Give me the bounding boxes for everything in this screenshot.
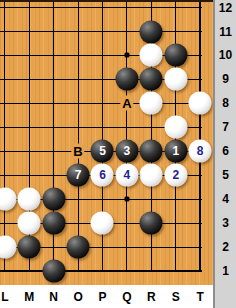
stone-white-S7[interactable]	[164, 116, 187, 139]
grid-line-horizontal-11	[0, 31, 202, 32]
row-coordinate-6: 6	[215, 145, 236, 157]
row-coordinate-5: 5	[215, 169, 236, 181]
grid-line-horizontal-8	[0, 103, 202, 104]
stone-white-P5[interactable]: 6	[91, 164, 114, 187]
stone-white-R10[interactable]	[140, 44, 163, 67]
row-coordinate-8: 8	[215, 97, 236, 109]
row-coordinate-strip: 121110987654321	[213, 0, 236, 308]
go-diagram-window: 13572468AB 121110987654321 LMNOPQRST	[0, 0, 236, 308]
column-coordinate-M: M	[24, 291, 34, 303]
stone-white-R8[interactable]	[140, 92, 163, 115]
grid-line-vertical-O	[78, 0, 79, 272]
stone-white-R5[interactable]	[140, 164, 163, 187]
stone-black-N1[interactable]	[42, 260, 65, 283]
stone-white-L4[interactable]	[0, 188, 16, 211]
board-crop-edge	[0, 0, 213, 2]
stone-black-O5[interactable]: 7	[67, 164, 90, 187]
stone-black-R11[interactable]	[140, 20, 163, 43]
grid-line-vertical-T	[199, 0, 201, 272]
stone-black-R9[interactable]	[140, 68, 163, 91]
row-coordinate-10: 10	[215, 49, 236, 61]
grid-line-horizontal-12	[0, 7, 202, 8]
row-coordinate-7: 7	[215, 121, 236, 133]
row-coordinate-11: 11	[215, 26, 236, 38]
stone-black-P6[interactable]: 5	[91, 140, 114, 163]
stone-black-O2[interactable]	[67, 236, 90, 259]
stone-black-R3[interactable]	[140, 212, 163, 235]
stone-white-P3[interactable]	[91, 212, 114, 235]
column-coordinate-T: T	[196, 291, 203, 303]
stone-black-N3[interactable]	[42, 212, 65, 235]
row-coordinate-1: 1	[215, 265, 236, 277]
row-coordinate-12: 12	[215, 2, 236, 14]
stone-white-L2[interactable]	[0, 236, 16, 259]
stone-black-Q6[interactable]: 3	[115, 140, 138, 163]
stone-black-Q9[interactable]	[115, 68, 138, 91]
stone-black-S10[interactable]	[164, 44, 187, 67]
stone-black-N4[interactable]	[42, 188, 65, 211]
go-board[interactable]: 13572468AB	[0, 0, 213, 285]
stone-white-T8[interactable]	[189, 92, 212, 115]
stone-white-S5[interactable]: 2	[164, 164, 187, 187]
stone-white-S9[interactable]	[164, 68, 187, 91]
column-coordinate-S: S	[172, 291, 180, 303]
row-coordinate-2: 2	[215, 241, 236, 253]
row-coordinate-4: 4	[215, 193, 236, 205]
column-coordinate-N: N	[49, 291, 58, 303]
column-coordinate-Q: Q	[122, 291, 131, 303]
stone-black-R6[interactable]	[140, 140, 163, 163]
column-coordinate-P: P	[98, 291, 106, 303]
column-coordinate-O: O	[73, 291, 82, 303]
column-coordinate-L: L	[1, 291, 8, 303]
stone-black-M2[interactable]	[18, 236, 41, 259]
grid-line-vertical-Q	[126, 0, 127, 272]
star-point-Q4	[124, 197, 129, 202]
stone-white-Q5[interactable]: 4	[115, 164, 138, 187]
grid-line-horizontal-1	[0, 270, 202, 272]
column-coordinate-R: R	[147, 291, 156, 303]
point-marker-A: A	[120, 95, 133, 110]
star-point-Q10	[124, 53, 129, 58]
stone-white-M3[interactable]	[18, 212, 41, 235]
stone-black-S6[interactable]: 1	[164, 140, 187, 163]
row-coordinate-3: 3	[215, 217, 236, 229]
row-coordinate-9: 9	[215, 73, 236, 85]
stone-white-M4[interactable]	[18, 188, 41, 211]
point-marker-B: B	[71, 143, 84, 158]
column-coordinate-strip: LMNOPQRST	[0, 285, 213, 308]
stone-white-T6[interactable]: 8	[189, 140, 212, 163]
grid-line-vertical-L	[4, 0, 5, 272]
